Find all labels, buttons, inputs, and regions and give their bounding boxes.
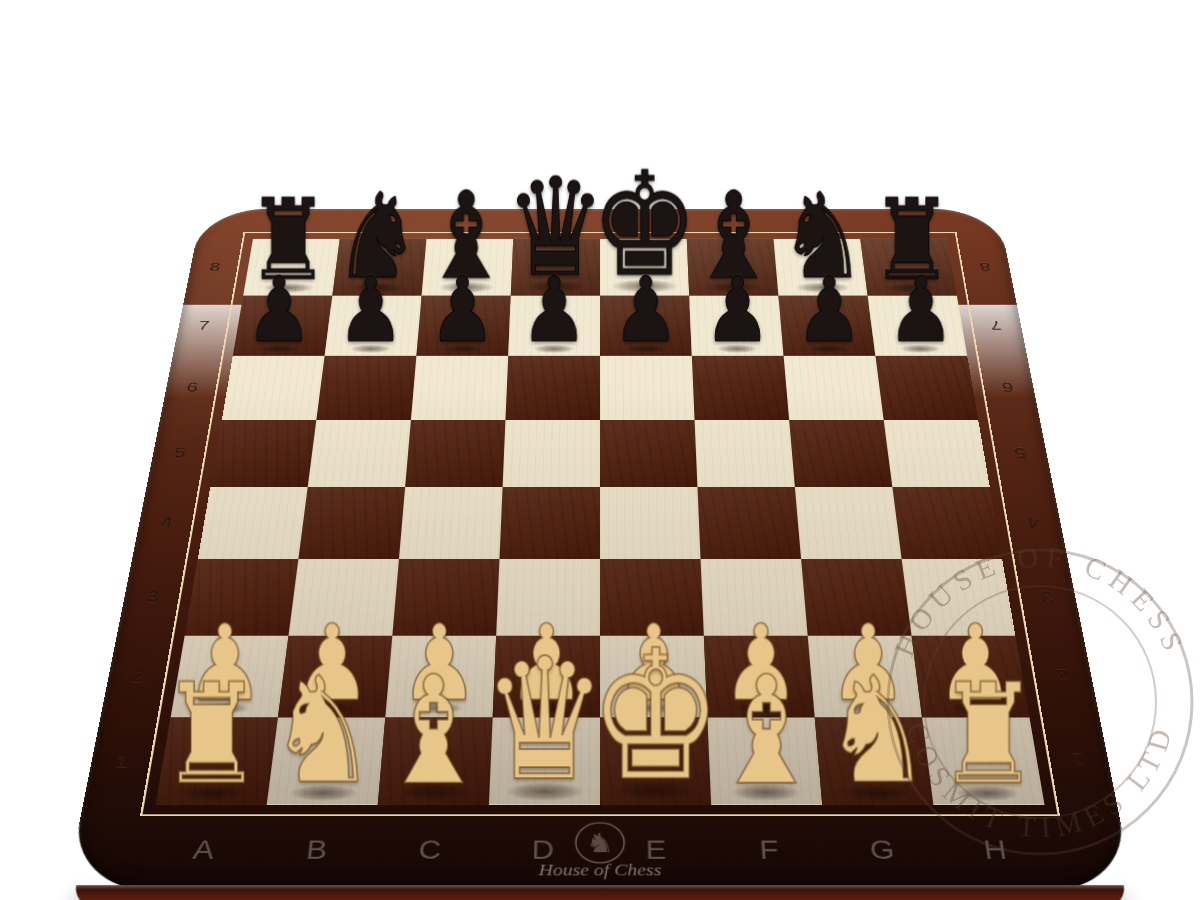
square-c7[interactable]: ♟ [416, 296, 510, 356]
rank-label-left-6: 6 [185, 379, 199, 395]
black-pawn[interactable]: ♟ [521, 268, 588, 353]
rank-label-left-3: 3 [145, 587, 161, 606]
square-c4[interactable] [399, 487, 503, 559]
black-pawn[interactable]: ♟ [337, 268, 404, 353]
logo-knight-icon: ♞ [585, 827, 614, 859]
rank-label-right-2: 2 [1054, 666, 1070, 686]
file-label-e: E [645, 835, 668, 865]
black-pawn[interactable]: ♟ [704, 268, 771, 353]
maple-inlay-border: ♜♞♝♛♚♝♞♜♟♟♟♟♟♟♟♟♟♟♟♟♟♟♟♟♜♞♝♛♚♝♞♜ [140, 232, 1060, 816]
square-h5[interactable] [884, 420, 990, 488]
white-king[interactable]: ♚ [588, 631, 722, 801]
square-f1[interactable]: ♝ [707, 717, 822, 805]
square-h4[interactable] [892, 487, 1002, 559]
rank-label-left-2: 2 [130, 666, 146, 686]
square-e5[interactable] [600, 420, 697, 488]
black-pawn[interactable]: ♟ [246, 268, 313, 353]
square-a4[interactable] [198, 487, 308, 559]
square-c6[interactable] [411, 356, 508, 420]
file-label-a: A [191, 835, 217, 865]
black-pawn[interactable]: ♟ [429, 268, 496, 353]
square-d4[interactable] [499, 487, 600, 559]
rank-label-left-8: 8 [208, 260, 221, 274]
rank-label-left-4: 4 [159, 514, 174, 532]
black-pawn[interactable]: ♟ [796, 268, 863, 353]
square-a5[interactable] [210, 420, 316, 488]
logo-script-text: House of Chess [537, 861, 662, 879]
square-g7[interactable]: ♟ [778, 296, 875, 356]
rank-label-right-5: 5 [1013, 445, 1028, 462]
file-label-g: G [868, 835, 897, 865]
white-bishop[interactable]: ♝ [378, 659, 490, 801]
file-label-b: B [305, 835, 330, 865]
chess-board: 87654321 87654321 ABCDEFGH ♜♞♝♛♚♝♞♜♟♟♟♟♟… [66, 209, 1135, 891]
square-b1[interactable]: ♞ [267, 717, 386, 805]
rank-label-left-5: 5 [173, 445, 188, 462]
file-label-h: H [982, 835, 1010, 865]
square-a6[interactable] [222, 356, 325, 420]
board-front-edge [69, 885, 1131, 900]
black-pawn[interactable]: ♟ [612, 268, 679, 353]
square-d1[interactable]: ♛ [489, 717, 600, 805]
square-f7[interactable]: ♟ [689, 296, 783, 356]
white-knight[interactable]: ♞ [268, 662, 378, 801]
square-h1[interactable]: ♜ [922, 717, 1044, 805]
square-h6[interactable] [875, 356, 978, 420]
file-label-d: D [531, 835, 555, 865]
square-a7[interactable]: ♟ [233, 296, 333, 356]
photo-stage: 87654321 87654321 ABCDEFGH ♜♞♝♛♚♝♞♜♟♟♟♟♟… [0, 0, 1200, 900]
square-c1[interactable]: ♝ [378, 717, 493, 805]
rank-label-right-7: 7 [989, 318, 1003, 333]
rank-label-right-3: 3 [1039, 587, 1055, 606]
rank-label-right-4: 4 [1026, 514, 1041, 532]
rank-label-left-1: 1 [113, 750, 130, 771]
square-d5[interactable] [503, 420, 600, 488]
square-e6[interactable] [600, 356, 695, 420]
rank-label-right-6: 6 [1001, 379, 1015, 395]
black-pawn[interactable]: ♟ [887, 268, 954, 353]
white-knight[interactable]: ♞ [823, 662, 933, 801]
square-f5[interactable] [695, 420, 795, 488]
house-of-chess-logo: ♞ House of Chess [536, 820, 664, 881]
square-g6[interactable] [784, 356, 884, 420]
square-h7[interactable]: ♟ [868, 296, 968, 356]
rank-label-right-8: 8 [979, 260, 992, 274]
square-g1[interactable]: ♞ [815, 717, 934, 805]
board-squares-grid: ♜♞♝♛♚♝♞♜♟♟♟♟♟♟♟♟♟♟♟♟♟♟♟♟♜♞♝♛♚♝♞♜ [156, 239, 1045, 805]
white-rook[interactable]: ♜ [160, 670, 264, 802]
square-d7[interactable]: ♟ [508, 296, 600, 356]
square-g4[interactable] [795, 487, 902, 559]
square-c5[interactable] [405, 420, 505, 488]
white-bishop[interactable]: ♝ [711, 659, 823, 801]
white-rook[interactable]: ♜ [937, 670, 1041, 802]
square-e7[interactable]: ♟ [600, 296, 692, 356]
square-b5[interactable] [308, 420, 411, 488]
square-b7[interactable]: ♟ [325, 296, 422, 356]
square-f4[interactable] [697, 487, 801, 559]
rank-label-right-1: 1 [1070, 750, 1087, 771]
square-a1[interactable]: ♜ [156, 717, 278, 805]
file-label-c: C [418, 835, 444, 865]
square-e4[interactable] [600, 487, 701, 559]
rank-label-left-7: 7 [197, 318, 211, 333]
square-f6[interactable] [692, 356, 789, 420]
square-e1[interactable]: ♚ [600, 717, 711, 805]
square-d6[interactable] [505, 356, 600, 420]
square-b4[interactable] [298, 487, 405, 559]
square-g5[interactable] [789, 420, 892, 488]
file-label-f: F [759, 835, 781, 865]
square-b6[interactable] [316, 356, 416, 420]
